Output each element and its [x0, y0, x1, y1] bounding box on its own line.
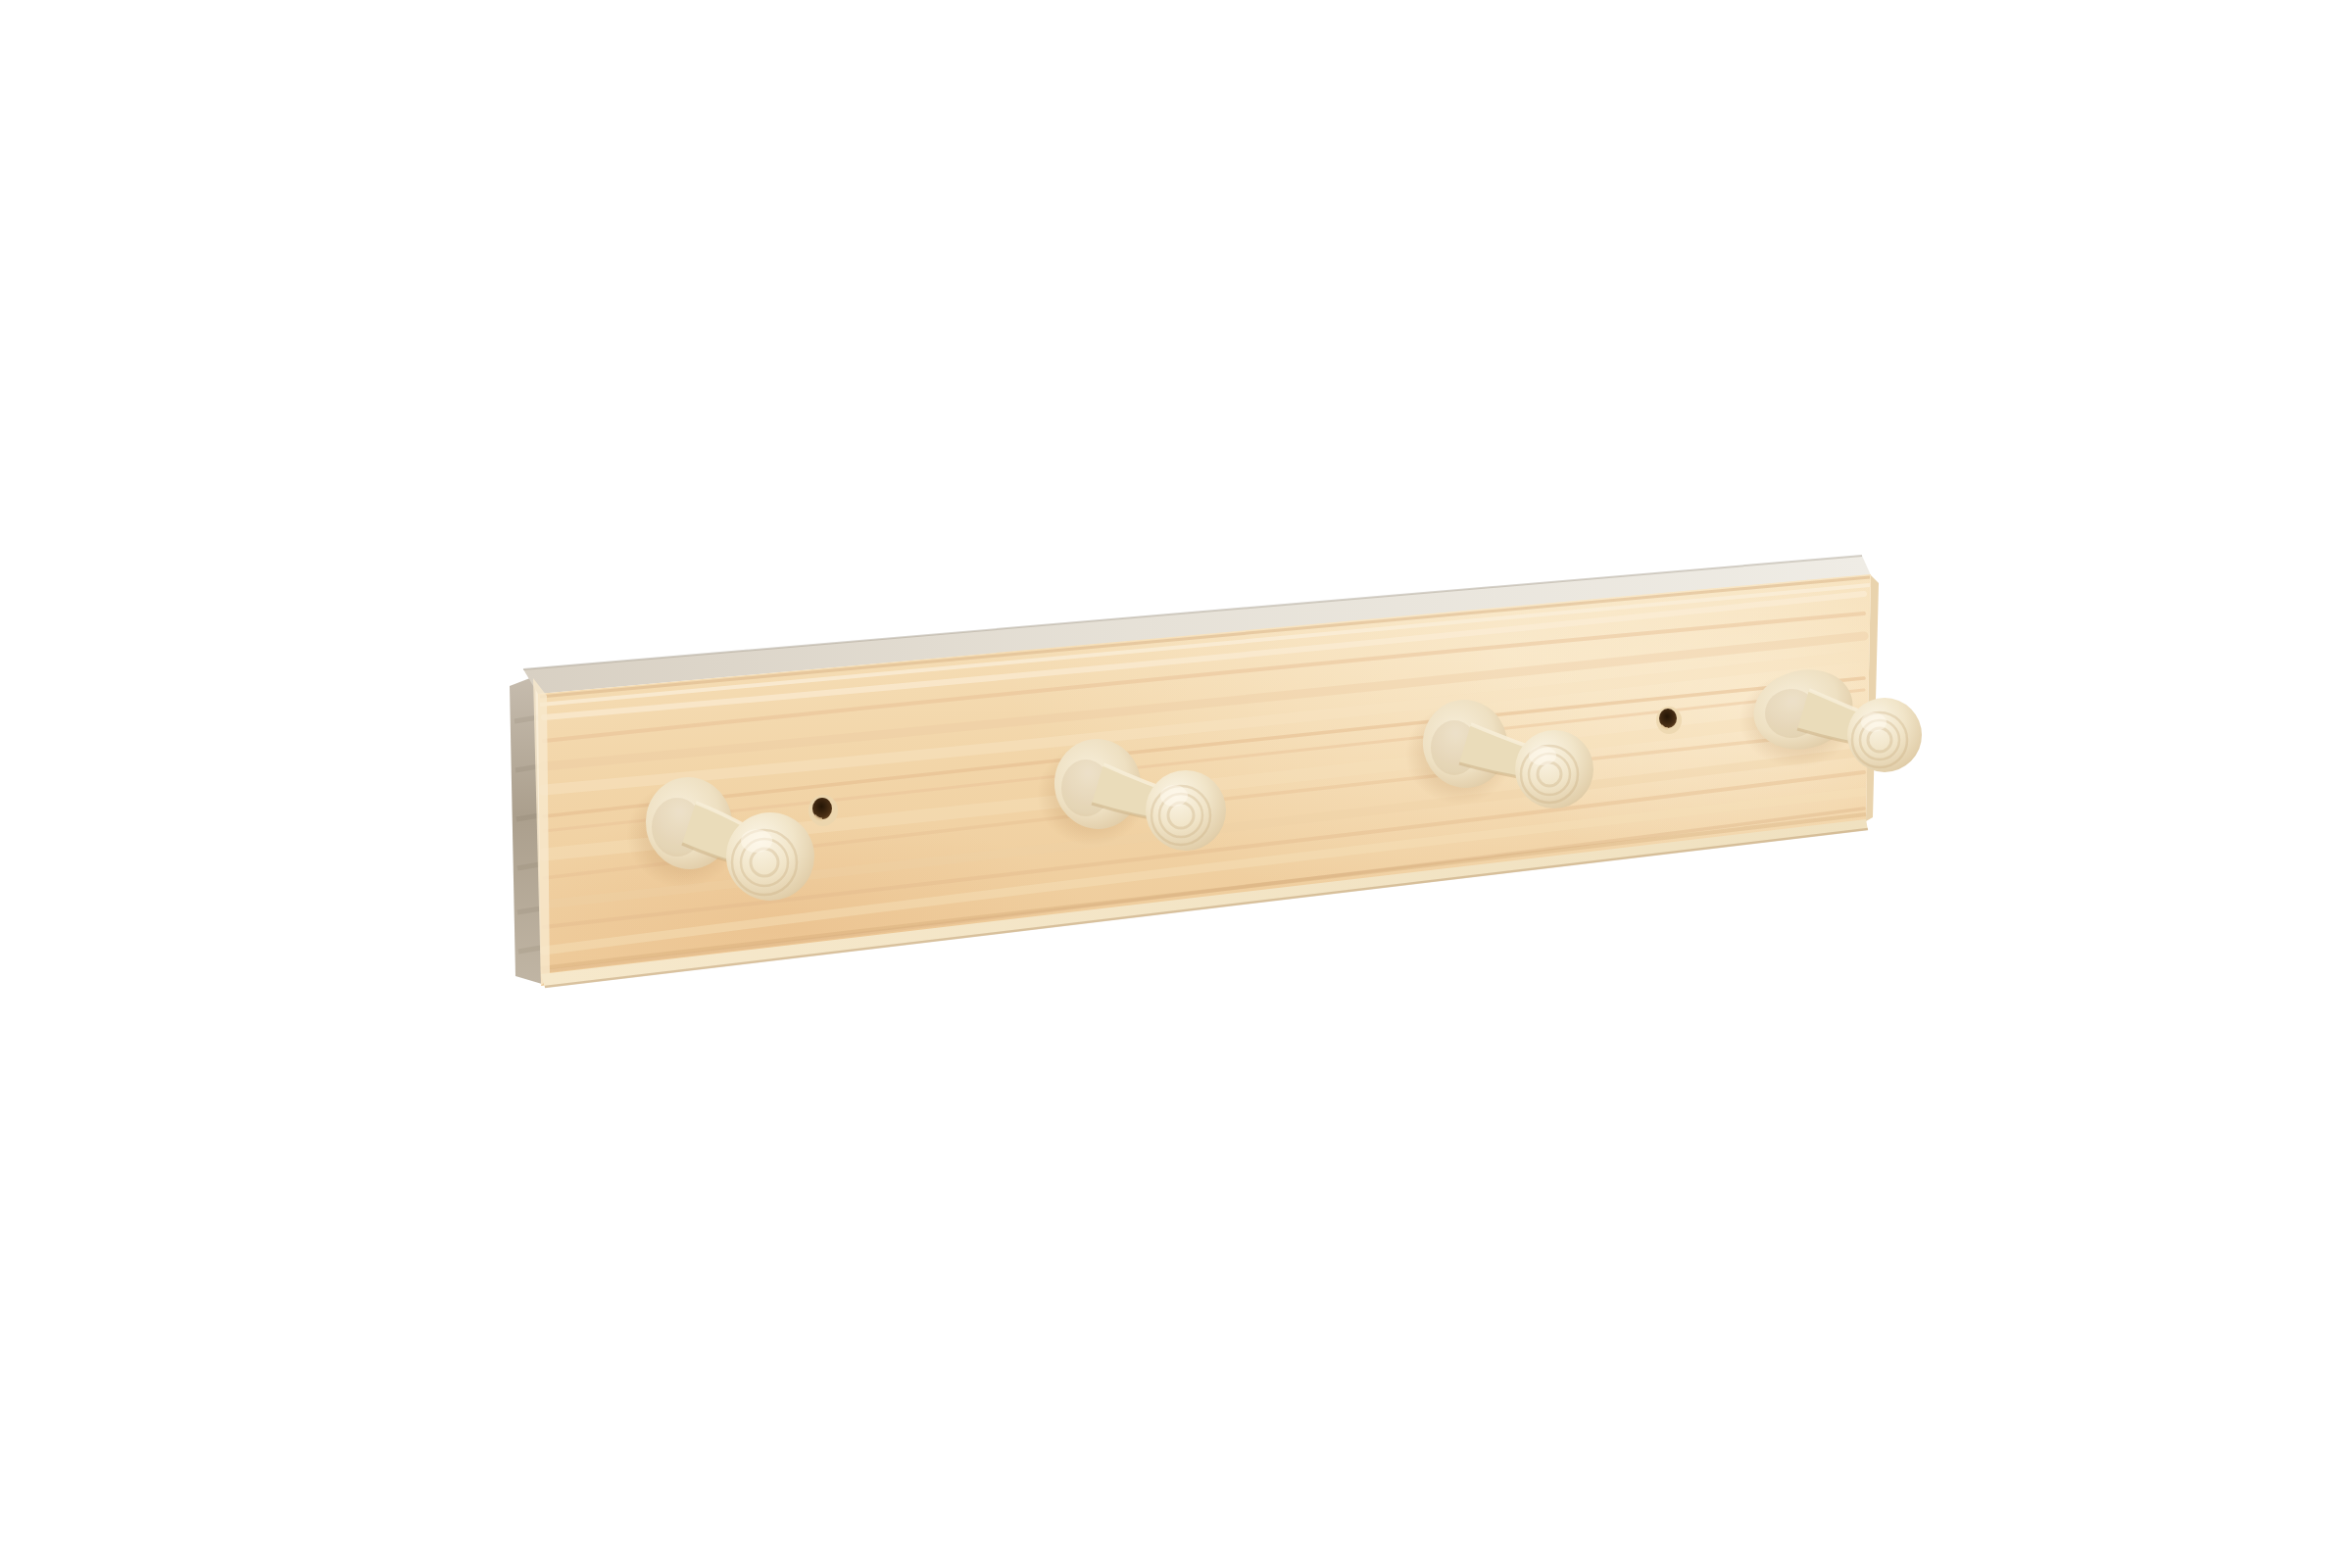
- product-photo: Product photo of an unfinished light pin…: [39, 16, 2352, 1568]
- peg-knob-highlight: [741, 829, 772, 853]
- peg-knob-highlight: [1160, 785, 1188, 807]
- peg-knob: [1515, 730, 1593, 808]
- coat-rack-illustration: Product photo of an unfinished light pin…: [39, 16, 2352, 1568]
- screw-hole-left: [808, 795, 838, 826]
- peg-knob-highlight: [1529, 746, 1556, 765]
- peg-knob: [1146, 770, 1226, 851]
- peg-knob: [1847, 698, 1922, 772]
- screw-hole-right: [1656, 707, 1682, 734]
- peg-knob-highlight: [1861, 712, 1886, 732]
- peg-knob: [726, 812, 814, 901]
